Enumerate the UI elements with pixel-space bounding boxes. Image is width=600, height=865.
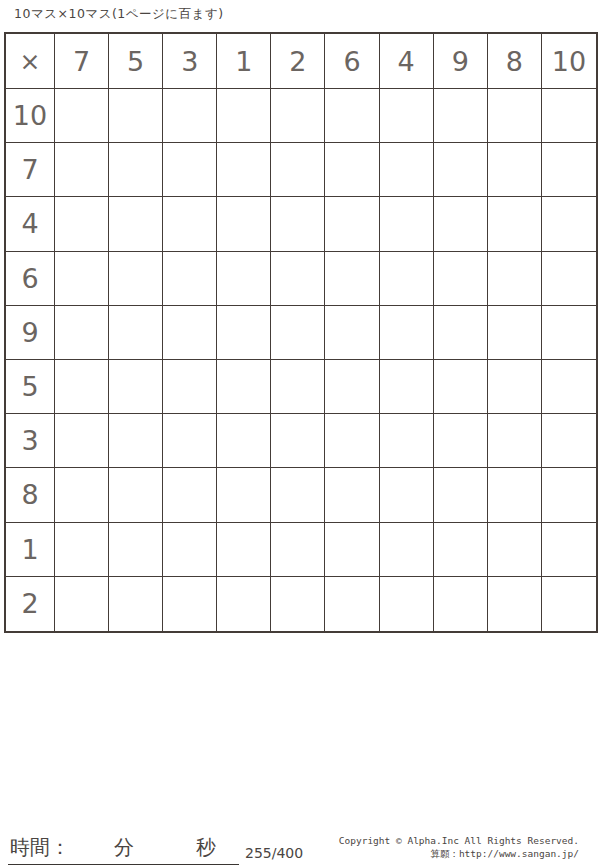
answer-cell-r5-c1[interactable] <box>109 360 163 414</box>
answer-cell-r4-c0[interactable] <box>55 306 109 360</box>
answer-cell-r7-c3[interactable] <box>217 468 271 522</box>
answer-cell-r3-c6[interactable] <box>380 252 434 306</box>
answer-cell-r6-c3[interactable] <box>217 414 271 468</box>
page-number: 255/400 <box>245 845 303 861</box>
row-header-cell-4: 9 <box>6 306 55 360</box>
answer-cell-r4-c3[interactable] <box>217 306 271 360</box>
answer-cell-r3-c9[interactable] <box>542 252 596 306</box>
answer-cell-r2-c0[interactable] <box>55 197 109 251</box>
answer-cell-r1-c8[interactable] <box>488 143 542 197</box>
answer-cell-r0-c9[interactable] <box>542 89 596 143</box>
answer-cell-r8-c4[interactable] <box>271 523 325 577</box>
row-header-cell-9: 2 <box>6 577 55 631</box>
answer-cell-r6-c0[interactable] <box>55 414 109 468</box>
answer-cell-r5-c2[interactable] <box>163 360 217 414</box>
answer-cell-r3-c0[interactable] <box>55 252 109 306</box>
answer-cell-r4-c8[interactable] <box>488 306 542 360</box>
answer-cell-r2-c9[interactable] <box>542 197 596 251</box>
row-header-cell-1: 7 <box>6 143 55 197</box>
answer-cell-r8-c3[interactable] <box>217 523 271 577</box>
answer-cell-r7-c0[interactable] <box>55 468 109 522</box>
answer-cell-r7-c6[interactable] <box>380 468 434 522</box>
answer-cell-r3-c3[interactable] <box>217 252 271 306</box>
answer-cell-r3-c2[interactable] <box>163 252 217 306</box>
answer-cell-r4-c9[interactable] <box>542 306 596 360</box>
answer-cell-r9-c8[interactable] <box>488 577 542 631</box>
answer-cell-r8-c0[interactable] <box>55 523 109 577</box>
answer-cell-r9-c7[interactable] <box>434 577 488 631</box>
answer-cell-r6-c9[interactable] <box>542 414 596 468</box>
answer-cell-r6-c1[interactable] <box>109 414 163 468</box>
answer-cell-r7-c9[interactable] <box>542 468 596 522</box>
answer-cell-r2-c8[interactable] <box>488 197 542 251</box>
answer-cell-r6-c2[interactable] <box>163 414 217 468</box>
col-header-cell-5: 6 <box>325 34 379 89</box>
col-header-cell-9: 10 <box>542 34 596 89</box>
answer-cell-r0-c3[interactable] <box>217 89 271 143</box>
col-header-cell-2: 3 <box>163 34 217 89</box>
answer-cell-r5-c0[interactable] <box>55 360 109 414</box>
row-header-cell-3: 6 <box>6 252 55 306</box>
copyright-line2: 算願：http://www.sangan.jp/ <box>339 848 579 861</box>
col-header-cell-4: 2 <box>271 34 325 89</box>
answer-cell-r9-c1[interactable] <box>109 577 163 631</box>
operator-corner-cell: × <box>6 34 55 89</box>
answer-cell-r9-c0[interactable] <box>55 577 109 631</box>
page-title: 10マス×10マス(1ページに百ます) <box>14 6 224 23</box>
answer-cell-r1-c0[interactable] <box>55 143 109 197</box>
col-header-cell-8: 8 <box>488 34 542 89</box>
answer-cell-r4-c7[interactable] <box>434 306 488 360</box>
answer-cell-r0-c4[interactable] <box>271 89 325 143</box>
answer-cell-r4-c1[interactable] <box>109 306 163 360</box>
answer-cell-r0-c0[interactable] <box>55 89 109 143</box>
col-header-cell-6: 4 <box>380 34 434 89</box>
answer-cell-r5-c8[interactable] <box>488 360 542 414</box>
answer-cell-r4-c4[interactable] <box>271 306 325 360</box>
answer-cell-r8-c7[interactable] <box>434 523 488 577</box>
col-header-cell-0: 7 <box>55 34 109 89</box>
row-header-cell-7: 8 <box>6 468 55 522</box>
answer-cell-r6-c8[interactable] <box>488 414 542 468</box>
answer-cell-r9-c9[interactable] <box>542 577 596 631</box>
answer-cell-r9-c4[interactable] <box>271 577 325 631</box>
answer-cell-r7-c8[interactable] <box>488 468 542 522</box>
answer-cell-r2-c6[interactable] <box>380 197 434 251</box>
answer-cell-r8-c1[interactable] <box>109 523 163 577</box>
answer-cell-r1-c4[interactable] <box>271 143 325 197</box>
answer-cell-r1-c2[interactable] <box>163 143 217 197</box>
answer-cell-r6-c7[interactable] <box>434 414 488 468</box>
answer-cell-r2-c7[interactable] <box>434 197 488 251</box>
answer-cell-r9-c3[interactable] <box>217 577 271 631</box>
col-header-cell-7: 9 <box>434 34 488 89</box>
answer-cell-r3-c4[interactable] <box>271 252 325 306</box>
seconds-label: 秒 <box>196 834 216 861</box>
answer-cell-r3-c5[interactable] <box>325 252 379 306</box>
answer-cell-r3-c7[interactable] <box>434 252 488 306</box>
answer-cell-r3-c1[interactable] <box>109 252 163 306</box>
answer-cell-r8-c2[interactable] <box>163 523 217 577</box>
answer-cell-r1-c5[interactable] <box>325 143 379 197</box>
answer-cell-r2-c3[interactable] <box>217 197 271 251</box>
answer-cell-r7-c1[interactable] <box>109 468 163 522</box>
answer-cell-r7-c5[interactable] <box>325 468 379 522</box>
answer-cell-r9-c2[interactable] <box>163 577 217 631</box>
col-header-cell-1: 5 <box>109 34 163 89</box>
answer-cell-r7-c4[interactable] <box>271 468 325 522</box>
answer-cell-r6-c6[interactable] <box>380 414 434 468</box>
answer-cell-r1-c7[interactable] <box>434 143 488 197</box>
answer-cell-r2-c1[interactable] <box>109 197 163 251</box>
row-header-cell-8: 1 <box>6 523 55 577</box>
row-header-cell-5: 5 <box>6 360 55 414</box>
time-entry-line: 時間： 分 秒 <box>8 834 239 865</box>
answer-cell-r8-c6[interactable] <box>380 523 434 577</box>
answer-cell-r1-c9[interactable] <box>542 143 596 197</box>
answer-cell-r7-c7[interactable] <box>434 468 488 522</box>
answer-cell-r6-c4[interactable] <box>271 414 325 468</box>
answer-cell-r1-c1[interactable] <box>109 143 163 197</box>
answer-cell-r3-c8[interactable] <box>488 252 542 306</box>
answer-cell-r1-c6[interactable] <box>380 143 434 197</box>
answer-cell-r8-c8[interactable] <box>488 523 542 577</box>
answer-cell-r6-c5[interactable] <box>325 414 379 468</box>
answer-cell-r5-c6[interactable] <box>380 360 434 414</box>
answer-cell-r2-c2[interactable] <box>163 197 217 251</box>
answer-cell-r0-c1[interactable] <box>109 89 163 143</box>
answer-cell-r9-c5[interactable] <box>325 577 379 631</box>
row-header-cell-2: 4 <box>6 197 55 251</box>
answer-cell-r5-c3[interactable] <box>217 360 271 414</box>
row-header-cell-6: 3 <box>6 414 55 468</box>
answer-cell-r2-c4[interactable] <box>271 197 325 251</box>
copyright-line1: Copyright © Alpha.Inc All Rights Reserve… <box>339 835 579 848</box>
time-label: 時間： <box>10 834 70 861</box>
answer-cell-r5-c5[interactable] <box>325 360 379 414</box>
answer-cell-r7-c2[interactable] <box>163 468 217 522</box>
multiplication-grid: ×7531264981010746953812 <box>4 32 598 633</box>
answer-cell-r9-c6[interactable] <box>380 577 434 631</box>
answer-cell-r2-c5[interactable] <box>325 197 379 251</box>
answer-cell-r5-c9[interactable] <box>542 360 596 414</box>
col-header-cell-3: 1 <box>217 34 271 89</box>
answer-cell-r8-c9[interactable] <box>542 523 596 577</box>
answer-cell-r4-c2[interactable] <box>163 306 217 360</box>
answer-cell-r4-c6[interactable] <box>380 306 434 360</box>
answer-cell-r8-c5[interactable] <box>325 523 379 577</box>
answer-cell-r1-c3[interactable] <box>217 143 271 197</box>
answer-cell-r4-c5[interactable] <box>325 306 379 360</box>
answer-cell-r0-c6[interactable] <box>380 89 434 143</box>
answer-cell-r5-c4[interactable] <box>271 360 325 414</box>
answer-cell-r5-c7[interactable] <box>434 360 488 414</box>
minutes-label: 分 <box>114 834 134 861</box>
answer-cell-r0-c5[interactable] <box>325 89 379 143</box>
answer-cell-r0-c2[interactable] <box>163 89 217 143</box>
answer-cell-r0-c8[interactable] <box>488 89 542 143</box>
answer-cell-r0-c7[interactable] <box>434 89 488 143</box>
row-header-cell-0: 10 <box>6 89 55 143</box>
copyright-block: Copyright © Alpha.Inc All Rights Reserve… <box>339 835 579 860</box>
